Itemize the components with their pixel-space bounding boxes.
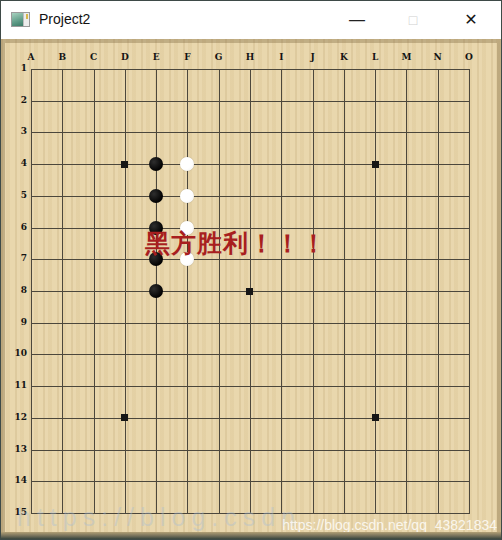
app-icon-tick xyxy=(26,14,28,19)
grid-cell xyxy=(156,386,187,418)
col-label-N: N xyxy=(428,52,448,62)
grid-cell xyxy=(313,132,344,164)
grid-cell xyxy=(156,323,187,355)
grid-cell xyxy=(406,481,437,513)
row-label-14: 14 xyxy=(3,475,27,485)
grid-cell xyxy=(187,450,218,482)
grid-cell xyxy=(406,450,437,482)
maximize-button[interactable]: □ xyxy=(390,1,436,38)
grid-cell xyxy=(94,418,125,450)
grid-cell xyxy=(31,259,62,291)
grid-cell xyxy=(31,196,62,228)
col-label-B: B xyxy=(52,52,72,62)
grid-cell xyxy=(250,101,281,133)
grid-cell xyxy=(344,354,375,386)
col-label-H: H xyxy=(240,52,260,62)
grid-cell xyxy=(281,450,312,482)
grid-cell xyxy=(313,259,344,291)
col-label-E: E xyxy=(146,52,166,62)
grid-cell xyxy=(344,69,375,101)
grid-cell xyxy=(250,354,281,386)
grid-cell xyxy=(344,228,375,260)
grid-cell xyxy=(313,386,344,418)
grid-cell xyxy=(125,450,156,482)
board-bottom-edge xyxy=(1,532,501,539)
grid-cell xyxy=(375,259,406,291)
grid-cell xyxy=(438,354,469,386)
row-label-8: 8 xyxy=(3,285,27,295)
grid-cell xyxy=(31,450,62,482)
grid-cell xyxy=(62,450,93,482)
title-bar[interactable]: Project2 — □ ✕ xyxy=(1,1,501,40)
row-label-5: 5 xyxy=(3,190,27,200)
grid-cell xyxy=(187,259,218,291)
grid-cell xyxy=(187,291,218,323)
grid-cell xyxy=(219,354,250,386)
grid-cell xyxy=(219,418,250,450)
grid-cell xyxy=(31,101,62,133)
watermark-small: https://blog.csdn.net/qq_43821834 xyxy=(282,517,497,533)
row-label-4: 4 xyxy=(3,158,27,168)
col-label-D: D xyxy=(115,52,135,62)
grid-cell xyxy=(94,228,125,260)
grid-cell xyxy=(406,196,437,228)
grid-cell xyxy=(62,291,93,323)
grid-cell xyxy=(313,196,344,228)
watermark-large: https://blog.csdn. xyxy=(17,503,314,532)
grid-cell xyxy=(31,386,62,418)
grid-cell xyxy=(187,386,218,418)
row-label-6: 6 xyxy=(3,222,27,232)
grid-cell xyxy=(62,354,93,386)
grid-cell xyxy=(31,291,62,323)
grid-cell xyxy=(31,418,62,450)
grid-cell xyxy=(250,418,281,450)
row-label-12: 12 xyxy=(3,412,27,422)
grid-cell xyxy=(187,101,218,133)
grid-cell xyxy=(31,69,62,101)
grid-cell xyxy=(219,259,250,291)
grid-cell xyxy=(375,323,406,355)
board-area: 黑方胜利！！！ https://blog.csdn. https://blog.… xyxy=(1,39,501,539)
col-label-M: M xyxy=(396,52,416,62)
grid-cell xyxy=(344,101,375,133)
grid-cell xyxy=(62,418,93,450)
row-label-9: 9 xyxy=(3,317,27,327)
grid-cell xyxy=(94,101,125,133)
grid-cell xyxy=(281,354,312,386)
app-window: Project2 — □ ✕ 黑方胜利！！！ https://blog.csdn… xyxy=(0,0,502,540)
grid-cell xyxy=(406,386,437,418)
grid-cell xyxy=(438,450,469,482)
grid-cell xyxy=(344,291,375,323)
grid-cell xyxy=(62,69,93,101)
grid-cell xyxy=(438,228,469,260)
grid-cell xyxy=(250,386,281,418)
grid-cell xyxy=(438,418,469,450)
grid-cell xyxy=(62,132,93,164)
grid-cell xyxy=(156,101,187,133)
grid-cell xyxy=(250,196,281,228)
grid-cell xyxy=(406,228,437,260)
grid-cell xyxy=(406,291,437,323)
grid-cell xyxy=(281,132,312,164)
star-point-L12 xyxy=(372,414,379,421)
stone-black-E5 xyxy=(149,189,163,203)
grid-cell xyxy=(375,101,406,133)
grid-cell xyxy=(250,450,281,482)
grid-cell xyxy=(62,259,93,291)
grid-cell xyxy=(94,386,125,418)
grid-cell xyxy=(438,259,469,291)
grid-cell xyxy=(313,101,344,133)
grid-cell xyxy=(313,418,344,450)
grid-cell xyxy=(438,196,469,228)
grid-cell xyxy=(438,69,469,101)
grid-cell xyxy=(375,196,406,228)
grid-cell xyxy=(219,323,250,355)
grid-cell xyxy=(406,101,437,133)
col-label-F: F xyxy=(177,52,197,62)
grid-cell xyxy=(62,228,93,260)
grid-cell xyxy=(31,323,62,355)
minimize-button[interactable]: — xyxy=(334,1,380,38)
grid-cell xyxy=(31,354,62,386)
col-label-C: C xyxy=(84,52,104,62)
grid-cell xyxy=(31,164,62,196)
grid-cell xyxy=(313,354,344,386)
grid-cell xyxy=(406,418,437,450)
grid-cell xyxy=(313,450,344,482)
grid-cell xyxy=(438,101,469,133)
grid-cell xyxy=(125,323,156,355)
grid-cell xyxy=(62,196,93,228)
star-point-D12 xyxy=(121,414,128,421)
grid-cell xyxy=(31,228,62,260)
grid-cell xyxy=(281,291,312,323)
grid-cell xyxy=(156,69,187,101)
row-label-11: 11 xyxy=(3,380,27,390)
grid-cell xyxy=(344,164,375,196)
grid-cell xyxy=(406,259,437,291)
grid-cell xyxy=(219,164,250,196)
row-label-10: 10 xyxy=(3,348,27,358)
grid-cell xyxy=(375,450,406,482)
grid-cell xyxy=(281,69,312,101)
grid-cell xyxy=(375,418,406,450)
grid-cell xyxy=(250,259,281,291)
window-title: Project2 xyxy=(39,1,90,38)
star-point-L4 xyxy=(372,161,379,168)
grid-cell xyxy=(187,354,218,386)
grid-cell xyxy=(313,323,344,355)
row-label-7: 7 xyxy=(3,253,27,263)
grid-cell xyxy=(313,69,344,101)
grid-cell xyxy=(438,291,469,323)
row-label-2: 2 xyxy=(3,95,27,105)
grid-cell xyxy=(125,101,156,133)
grid-cell xyxy=(406,323,437,355)
grid-cell xyxy=(375,291,406,323)
grid-cell xyxy=(281,164,312,196)
grid-cell xyxy=(313,481,344,513)
win-message: 黑方胜利！！！ xyxy=(145,227,327,260)
grid-cell xyxy=(94,450,125,482)
grid-cell xyxy=(187,418,218,450)
grid-cell xyxy=(313,291,344,323)
grid-cell xyxy=(219,101,250,133)
grid-cell xyxy=(375,69,406,101)
grid-cell xyxy=(94,196,125,228)
grid-cell xyxy=(344,450,375,482)
grid-cell xyxy=(438,386,469,418)
grid-cell xyxy=(344,196,375,228)
grid-cell xyxy=(156,354,187,386)
grid-cell xyxy=(375,386,406,418)
col-label-O: O xyxy=(459,52,479,62)
grid-cell xyxy=(250,291,281,323)
star-point-H8 xyxy=(246,288,253,295)
col-label-K: K xyxy=(334,52,354,62)
row-label-3: 3 xyxy=(3,126,27,136)
grid-cell xyxy=(281,259,312,291)
grid-cell xyxy=(344,259,375,291)
grid-cell xyxy=(281,196,312,228)
col-label-I: I xyxy=(271,52,291,62)
grid-cell xyxy=(62,323,93,355)
grid-cell xyxy=(219,291,250,323)
grid-cell xyxy=(62,164,93,196)
grid-cell xyxy=(250,323,281,355)
grid-cell xyxy=(313,164,344,196)
grid-cell xyxy=(406,69,437,101)
grid-cell xyxy=(94,132,125,164)
col-label-A: A xyxy=(21,52,41,62)
grid-cell xyxy=(62,101,93,133)
grid-cell xyxy=(219,386,250,418)
grid-cell xyxy=(219,69,250,101)
grid-cell xyxy=(281,418,312,450)
grid-cell xyxy=(406,164,437,196)
col-label-J: J xyxy=(303,52,323,62)
grid-cell xyxy=(156,450,187,482)
grid-cell xyxy=(344,386,375,418)
grid-cell xyxy=(125,354,156,386)
grid-cell xyxy=(94,291,125,323)
grid-cell xyxy=(219,132,250,164)
grid-cell xyxy=(344,323,375,355)
grid-cell xyxy=(375,354,406,386)
grid-cell xyxy=(438,481,469,513)
close-button[interactable]: ✕ xyxy=(448,1,494,38)
col-label-L: L xyxy=(365,52,385,62)
grid-cell xyxy=(62,386,93,418)
grid-cell xyxy=(125,69,156,101)
grid-cell xyxy=(344,132,375,164)
grid-cell xyxy=(375,164,406,196)
star-point-D4 xyxy=(121,161,128,168)
grid-cell xyxy=(219,450,250,482)
grid-cell xyxy=(219,196,250,228)
grid-cell xyxy=(281,101,312,133)
grid-cell xyxy=(125,386,156,418)
grid-cell xyxy=(250,69,281,101)
grid-cell xyxy=(438,132,469,164)
col-label-G: G xyxy=(209,52,229,62)
row-label-13: 13 xyxy=(3,444,27,454)
grid-cell xyxy=(250,164,281,196)
grid-cell xyxy=(375,481,406,513)
grid-cell xyxy=(344,418,375,450)
grid-cell xyxy=(125,418,156,450)
grid-cell xyxy=(94,259,125,291)
grid-cell xyxy=(281,386,312,418)
grid-cell xyxy=(375,132,406,164)
grid-cell xyxy=(94,354,125,386)
grid-cell xyxy=(31,132,62,164)
row-label-1: 1 xyxy=(3,63,27,73)
grid-cell xyxy=(375,228,406,260)
grid-cell xyxy=(187,69,218,101)
grid-cell xyxy=(94,323,125,355)
grid-cell xyxy=(94,164,125,196)
app-icon xyxy=(11,12,30,27)
grid-cell xyxy=(250,132,281,164)
grid-cell xyxy=(187,323,218,355)
grid-cell xyxy=(281,323,312,355)
grid-cell xyxy=(406,132,437,164)
grid-cell xyxy=(94,69,125,101)
grid-cell xyxy=(438,164,469,196)
grid-cell xyxy=(344,481,375,513)
grid-cell xyxy=(438,323,469,355)
grid-cell xyxy=(406,354,437,386)
grid-cell xyxy=(156,418,187,450)
